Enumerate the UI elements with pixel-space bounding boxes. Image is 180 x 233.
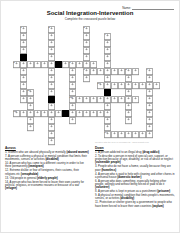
empty-space [111, 117, 118, 124]
grid-cell[interactable] [48, 54, 55, 61]
grid-cell[interactable] [132, 82, 139, 89]
empty-space [62, 75, 69, 82]
empty-space [153, 33, 160, 40]
empty-space [90, 89, 97, 96]
grid-cell[interactable] [20, 89, 27, 96]
grid-cell[interactable] [48, 75, 55, 82]
grid-cell[interactable] [83, 96, 90, 103]
empty-space [76, 124, 83, 131]
empty-space [111, 124, 118, 131]
grid-cell[interactable] [111, 96, 118, 103]
grid-cell[interactable]: 4 [104, 33, 111, 40]
empty-space [62, 131, 69, 138]
empty-space [55, 82, 62, 89]
down-clue-list: 1. A person addicted to an illegal drug … [95, 151, 175, 208]
cell-number: 4 [105, 33, 106, 36]
grid-cell[interactable] [27, 124, 34, 131]
empty-space [139, 89, 146, 96]
grid-cell[interactable] [104, 96, 111, 103]
empty-space [132, 103, 139, 110]
grid-cell[interactable] [104, 110, 111, 117]
grid-cell[interactable] [111, 82, 118, 89]
cell-number: 3 [84, 26, 85, 29]
empty-space [97, 33, 104, 40]
grid-cell[interactable] [125, 131, 132, 138]
empty-space [34, 89, 41, 96]
grid-cell[interactable] [48, 138, 55, 145]
empty-space [118, 117, 125, 124]
clue-item: 11. Protection or shelter given by a gov… [95, 201, 175, 207]
empty-space [34, 96, 41, 103]
grid-cell[interactable] [125, 82, 132, 89]
empty-space [132, 89, 139, 96]
crossword-grid: 1234567891011121314 [13, 26, 160, 145]
empty-space [153, 26, 160, 33]
empty-space [13, 124, 20, 131]
grid-cell[interactable] [104, 103, 111, 110]
grid-cell[interactable] [104, 82, 111, 89]
empty-space [27, 54, 34, 61]
empty-space [139, 124, 146, 131]
empty-space [139, 33, 146, 40]
grid-cell[interactable] [139, 82, 146, 89]
empty-space [41, 131, 48, 138]
empty-space [90, 117, 97, 124]
grid-cell[interactable] [118, 68, 125, 75]
grid-cell[interactable] [76, 61, 83, 68]
empty-space [153, 117, 160, 124]
grid-cell-black [48, 96, 55, 103]
empty-space [125, 33, 132, 40]
empty-space [13, 33, 20, 40]
empty-space [55, 131, 62, 138]
empty-space [153, 89, 160, 96]
grid-cell[interactable] [104, 61, 111, 68]
empty-space [153, 68, 160, 75]
empty-space [153, 47, 160, 54]
empty-space [69, 138, 76, 145]
empty-space [55, 40, 62, 47]
grid-cell[interactable] [104, 68, 111, 75]
grid-cell[interactable] [20, 82, 27, 89]
cell-number: 13 [14, 110, 17, 113]
empty-space [153, 131, 160, 138]
grid-cell[interactable]: 3 [83, 26, 90, 33]
page-subtitle: Complete the crossword puzzle below [0, 18, 180, 22]
empty-space [13, 138, 20, 145]
grid-cell[interactable] [34, 61, 41, 68]
empty-space [55, 103, 62, 110]
grid-cell[interactable] [146, 75, 153, 82]
grid-cell[interactable]: 9 [146, 68, 153, 75]
empty-space [90, 131, 97, 138]
grid-cell[interactable] [90, 110, 97, 117]
empty-space [153, 103, 160, 110]
grid-cell[interactable]: 12 [69, 96, 76, 103]
cell-number: 7 [84, 68, 85, 71]
empty-space [62, 33, 69, 40]
empty-space [41, 75, 48, 82]
grid-cell[interactable] [27, 117, 34, 124]
empty-space [34, 117, 41, 124]
empty-space [20, 117, 27, 124]
grid-cell[interactable] [20, 33, 27, 40]
cell-number: 5 [14, 61, 15, 64]
name-row: Name: [122, 5, 174, 10]
empty-space [13, 96, 20, 103]
grid-cell[interactable] [83, 47, 90, 54]
grid-cell[interactable] [111, 68, 118, 75]
empty-space [90, 124, 97, 131]
grid-cell[interactable] [104, 117, 111, 124]
empty-space [34, 68, 41, 75]
grid-cell[interactable] [146, 103, 153, 110]
grid-cell[interactable] [48, 40, 55, 47]
grid-cell[interactable] [20, 75, 27, 82]
empty-space [34, 47, 41, 54]
grid-cell[interactable] [48, 89, 55, 96]
grid-cell[interactable] [48, 82, 55, 89]
empty-space [132, 117, 139, 124]
grid-cell[interactable] [153, 82, 160, 89]
grid-cell[interactable] [20, 47, 27, 54]
empty-space [55, 124, 62, 131]
grid-cell[interactable] [132, 131, 139, 138]
empty-space [69, 40, 76, 47]
empty-space [97, 61, 104, 68]
grid-cell[interactable] [83, 75, 90, 82]
empty-space [55, 75, 62, 82]
empty-space [41, 82, 48, 89]
empty-space [41, 40, 48, 47]
cell-number: 8 [126, 68, 127, 71]
cell-number: 2 [49, 26, 50, 29]
clue-answer: (homeless) [101, 168, 116, 172]
grid-cell[interactable] [125, 96, 132, 103]
grid-cell[interactable] [69, 68, 76, 75]
empty-space [20, 131, 27, 138]
grid-cell[interactable] [125, 117, 132, 124]
clue-answer: (asylum) [152, 204, 164, 208]
empty-space [139, 26, 146, 33]
empty-space [146, 40, 153, 47]
grid-cell[interactable] [132, 68, 139, 75]
grid-cell[interactable]: 6 [69, 61, 76, 68]
empty-space [97, 103, 104, 110]
grid-cell[interactable] [62, 61, 69, 68]
grid-cell[interactable]: 8 [125, 68, 132, 75]
empty-space [111, 75, 118, 82]
grid-cell[interactable] [34, 110, 41, 117]
empty-space [13, 117, 20, 124]
empty-space [118, 47, 125, 54]
empty-space [62, 47, 69, 54]
grid-cell[interactable] [125, 110, 132, 117]
empty-space [139, 68, 146, 75]
grid-cell[interactable] [125, 103, 132, 110]
cell-number: 11 [28, 89, 30, 92]
grid-cell[interactable]: 10 [97, 82, 104, 89]
empty-space [69, 33, 76, 40]
grid-cell[interactable] [69, 110, 76, 117]
name-label: Name: [122, 6, 131, 10]
clue-item: 2. To describe a person in need of speci… [95, 155, 175, 165]
empty-space [20, 124, 27, 131]
empty-space [90, 54, 97, 61]
grid-cell[interactable] [83, 40, 90, 47]
empty-space [90, 26, 97, 33]
credit-line: Created with the help of Wordsheets - ww… [95, 141, 172, 144]
empty-space [27, 68, 34, 75]
empty-space [132, 110, 139, 117]
grid-cell[interactable] [55, 110, 62, 117]
grid-cell[interactable] [27, 110, 34, 117]
grid-cell[interactable] [97, 110, 104, 117]
empty-space [132, 26, 139, 33]
empty-space [41, 68, 48, 75]
grid-cell[interactable] [90, 68, 97, 75]
empty-space [146, 54, 153, 61]
grid-cell[interactable]: 1 [20, 26, 27, 33]
empty-space [125, 124, 132, 131]
grid-cell[interactable] [69, 75, 76, 82]
empty-space [139, 110, 146, 117]
empty-space [125, 40, 132, 47]
empty-space [55, 54, 62, 61]
empty-space [153, 40, 160, 47]
empty-space [62, 40, 69, 47]
empty-space [34, 82, 41, 89]
grid-cell[interactable] [146, 117, 153, 124]
name-blank-line[interactable] [132, 5, 174, 10]
grid-cell[interactable] [41, 110, 48, 117]
grid-cell[interactable]: 7 [83, 68, 90, 75]
empty-space [146, 47, 153, 54]
cell-number: 1 [21, 26, 22, 29]
empty-space [97, 131, 104, 138]
clue-item: 3. People who do not have a home, usuall… [95, 165, 175, 171]
empty-space [55, 96, 62, 103]
empty-space [27, 33, 34, 40]
empty-space [132, 61, 139, 68]
grid-cell[interactable] [20, 96, 27, 103]
empty-space [76, 33, 83, 40]
cell-number: 12 [70, 96, 73, 99]
empty-space [62, 89, 69, 96]
empty-space [41, 138, 48, 145]
empty-space [118, 75, 125, 82]
empty-space [27, 40, 34, 47]
empty-space [118, 26, 125, 33]
grid-cell[interactable] [118, 82, 125, 89]
grid-cell[interactable] [146, 124, 153, 131]
grid-cell[interactable] [125, 89, 132, 96]
empty-space [118, 40, 125, 47]
empty-space [83, 82, 90, 89]
empty-space [27, 75, 34, 82]
grid-cell[interactable] [69, 82, 76, 89]
empty-space [153, 54, 160, 61]
grid-cell[interactable] [83, 33, 90, 40]
empty-space [153, 61, 160, 68]
clue-answer: (refugee) [5, 186, 17, 190]
grid-cell[interactable] [48, 103, 55, 110]
empty-space [62, 54, 69, 61]
grid-cell[interactable] [69, 103, 76, 110]
grid-cell[interactable] [48, 131, 55, 138]
grid-cell[interactable] [90, 96, 97, 103]
empty-space [41, 96, 48, 103]
empty-space [111, 103, 118, 110]
grid-cell[interactable] [97, 68, 104, 75]
empty-space [118, 54, 125, 61]
empty-space [90, 40, 97, 47]
grid-cell[interactable] [27, 61, 34, 68]
grid-cell[interactable] [48, 33, 55, 40]
grid-cell[interactable] [48, 117, 55, 124]
clue-answer: (xenophobia) [21, 172, 39, 176]
empty-space [83, 138, 90, 145]
empty-space [132, 75, 139, 82]
empty-space [55, 89, 62, 96]
empty-space [76, 103, 83, 110]
empty-space [132, 54, 139, 61]
empty-space [13, 47, 20, 54]
empty-space [41, 89, 48, 96]
grid-cell[interactable] [76, 96, 83, 103]
grid-cell[interactable] [20, 110, 27, 117]
empty-space [139, 75, 146, 82]
empty-space [69, 47, 76, 54]
empty-space [118, 33, 125, 40]
empty-space [62, 117, 69, 124]
empty-space [20, 138, 27, 145]
empty-space [62, 68, 69, 75]
grid-cell[interactable] [104, 47, 111, 54]
grid-cell[interactable] [83, 110, 90, 117]
empty-space [132, 33, 139, 40]
grid-cell[interactable] [146, 110, 153, 117]
empty-space [125, 54, 132, 61]
empty-space [13, 40, 20, 47]
grid-cell[interactable] [76, 110, 83, 117]
empty-space [55, 117, 62, 124]
grid-cell[interactable] [48, 47, 55, 54]
grid-cell[interactable] [118, 96, 125, 103]
empty-space [41, 103, 48, 110]
grid-cell[interactable] [146, 82, 153, 89]
empty-space [111, 26, 118, 33]
empty-space [118, 103, 125, 110]
empty-space [153, 110, 160, 117]
empty-space [118, 110, 125, 117]
empty-space [27, 47, 34, 54]
grid-cell[interactable] [48, 61, 55, 68]
grid-cell[interactable]: 13 [13, 110, 20, 117]
empty-space [34, 103, 41, 110]
empty-space [62, 138, 69, 145]
grid-cell[interactable] [125, 75, 132, 82]
empty-space [139, 54, 146, 61]
empty-space [76, 75, 83, 82]
empty-space [27, 138, 34, 145]
grid-cell[interactable] [27, 96, 34, 103]
empty-space [97, 124, 104, 131]
grid-cell-black [55, 61, 62, 68]
across-section: Across 5. Women who are abused physicall… [5, 146, 89, 191]
grid-cell[interactable] [97, 96, 104, 103]
empty-space [83, 131, 90, 138]
grid-cell[interactable]: 11 [27, 89, 34, 96]
empty-space [97, 54, 104, 61]
grid-cell[interactable] [118, 131, 125, 138]
grid-cell[interactable] [104, 54, 111, 61]
empty-space [97, 47, 104, 54]
grid-cell[interactable] [48, 110, 55, 117]
grid-cell[interactable] [48, 124, 55, 131]
grid-cell[interactable] [20, 40, 27, 47]
empty-space [34, 75, 41, 82]
empty-space [111, 47, 118, 54]
grid-cell[interactable] [104, 40, 111, 47]
grid-cell[interactable] [69, 117, 76, 124]
grid-cell[interactable] [111, 131, 118, 138]
grid-cell[interactable] [83, 54, 90, 61]
grid-cell[interactable] [146, 131, 153, 138]
empty-space [111, 61, 118, 68]
grid-cell[interactable] [90, 61, 97, 68]
empty-space [13, 26, 20, 33]
empty-space [55, 26, 62, 33]
grid-cell[interactable]: 14 [104, 131, 111, 138]
grid-cell-black [20, 54, 27, 61]
empty-space [62, 26, 69, 33]
grid-cell[interactable] [139, 131, 146, 138]
empty-space [62, 82, 69, 89]
empty-space [125, 26, 132, 33]
empty-space [13, 68, 20, 75]
empty-space [153, 124, 160, 131]
empty-space [97, 40, 104, 47]
empty-space [153, 75, 160, 82]
empty-space [90, 103, 97, 110]
empty-space [139, 61, 146, 68]
empty-space [111, 110, 118, 117]
grid-cell[interactable] [146, 96, 153, 103]
grid-cell[interactable] [104, 75, 111, 82]
empty-space [13, 75, 20, 82]
empty-space [62, 103, 69, 110]
empty-space [55, 138, 62, 145]
grid-cell[interactable] [41, 61, 48, 68]
grid-cell[interactable] [146, 89, 153, 96]
grid-cell[interactable] [20, 61, 27, 68]
down-section: Down 1. A person addicted to an illegal … [95, 146, 175, 209]
grid-cell[interactable]: 5 [13, 61, 20, 68]
grid-cell[interactable] [48, 68, 55, 75]
empty-space [90, 82, 97, 89]
grid-cell[interactable] [27, 103, 34, 110]
empty-space [34, 131, 41, 138]
grid-cell[interactable]: 2 [48, 26, 55, 33]
empty-space [76, 131, 83, 138]
cell-number: 6 [70, 61, 71, 64]
empty-space [125, 47, 132, 54]
grid-cell[interactable] [132, 96, 139, 103]
grid-cell[interactable] [20, 68, 27, 75]
empty-space [139, 103, 146, 110]
empty-space [76, 89, 83, 96]
